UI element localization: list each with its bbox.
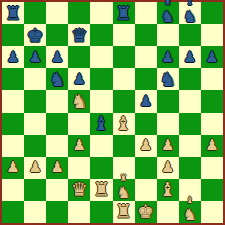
square-d9[interactable]: ♛ bbox=[68, 24, 90, 46]
square-c5[interactable] bbox=[46, 113, 68, 135]
square-j7[interactable] bbox=[201, 68, 223, 90]
white-bishop-piece[interactable]: ♝ bbox=[157, 179, 179, 201]
square-c7[interactable]: ♞ bbox=[46, 68, 68, 90]
square-i1[interactable]: ♝♞ bbox=[179, 201, 201, 223]
square-g10[interactable] bbox=[135, 2, 157, 24]
black-pawn-piece[interactable]: ♟ bbox=[179, 46, 201, 68]
square-d3[interactable] bbox=[68, 157, 90, 179]
black-queen-piece[interactable]: ♛ bbox=[68, 24, 90, 46]
black-pawn-piece[interactable]: ♟ bbox=[201, 46, 223, 68]
mitre-icon: ♝ bbox=[186, 196, 194, 205]
square-h8[interactable]: ♟ bbox=[157, 46, 179, 68]
black-pawn-piece[interactable]: ♟ bbox=[24, 46, 46, 68]
white-pawn-piece[interactable]: ♟ bbox=[201, 135, 223, 157]
white-pawn-piece[interactable]: ♟ bbox=[157, 157, 179, 179]
square-a2[interactable] bbox=[2, 179, 24, 201]
square-e1[interactable] bbox=[90, 201, 112, 223]
square-c6[interactable] bbox=[46, 90, 68, 112]
square-f10[interactable]: ♜ bbox=[113, 2, 135, 24]
square-f6[interactable] bbox=[113, 90, 135, 112]
square-e3[interactable] bbox=[90, 157, 112, 179]
square-i3[interactable] bbox=[179, 157, 201, 179]
square-a10[interactable]: ♜ bbox=[2, 2, 24, 24]
white-marshall-piece[interactable]: ♜♞ bbox=[113, 179, 135, 201]
square-d5[interactable] bbox=[68, 113, 90, 135]
square-e4[interactable] bbox=[90, 135, 112, 157]
square-b4[interactable] bbox=[24, 135, 46, 157]
square-h3[interactable]: ♟ bbox=[157, 157, 179, 179]
square-d2[interactable]: ♛ bbox=[68, 179, 90, 201]
square-c8[interactable]: ♟ bbox=[46, 46, 68, 68]
black-pawn-piece[interactable]: ♟ bbox=[68, 68, 90, 90]
black-pawn-piece[interactable]: ♟ bbox=[157, 46, 179, 68]
battlement-crown-icon: ♜ bbox=[120, 174, 128, 183]
square-b3[interactable]: ♟ bbox=[24, 157, 46, 179]
square-j8[interactable]: ♟ bbox=[201, 46, 223, 68]
square-g9[interactable] bbox=[135, 24, 157, 46]
square-f7[interactable] bbox=[113, 68, 135, 90]
square-h5[interactable] bbox=[157, 113, 179, 135]
square-b7[interactable] bbox=[24, 68, 46, 90]
white-pawn-piece[interactable]: ♟ bbox=[2, 157, 24, 179]
square-f1[interactable]: ♜ bbox=[113, 201, 135, 223]
black-bishop-piece[interactable]: ♝ bbox=[90, 113, 112, 135]
square-g6[interactable]: ♟ bbox=[135, 90, 157, 112]
square-b9[interactable]: ♚ bbox=[24, 24, 46, 46]
white-pawn-piece[interactable]: ♟ bbox=[157, 135, 179, 157]
square-j2[interactable] bbox=[201, 179, 223, 201]
square-c9[interactable] bbox=[46, 24, 68, 46]
square-j6[interactable] bbox=[201, 90, 223, 112]
square-f8[interactable] bbox=[113, 46, 135, 68]
black-pawn-piece[interactable]: ♟ bbox=[135, 90, 157, 112]
grand-chess-screenshot: ♜♜♜♞♝♞♚♛♟♟♟♟♟♟♞♟♞♞♟♝♝♟♟♟♟♟♟♟♟♛♜♜♞♝♜♚♝♞ bbox=[0, 0, 225, 225]
square-g5[interactable] bbox=[135, 113, 157, 135]
black-rook-piece[interactable]: ♜ bbox=[2, 2, 24, 24]
white-pawn-piece[interactable]: ♟ bbox=[46, 157, 68, 179]
square-b10[interactable] bbox=[24, 2, 46, 24]
square-a4[interactable] bbox=[2, 135, 24, 157]
square-h2[interactable]: ♝ bbox=[157, 179, 179, 201]
square-i4[interactable] bbox=[179, 135, 201, 157]
square-i6[interactable] bbox=[179, 90, 201, 112]
black-cardinal-piece[interactable]: ♝♞ bbox=[179, 2, 201, 24]
black-king-piece[interactable]: ♚ bbox=[24, 24, 46, 46]
square-i5[interactable] bbox=[179, 113, 201, 135]
white-king-piece[interactable]: ♚ bbox=[135, 201, 157, 223]
square-b8[interactable]: ♟ bbox=[24, 46, 46, 68]
square-a7[interactable] bbox=[2, 68, 24, 90]
square-h9[interactable] bbox=[157, 24, 179, 46]
black-pawn-piece[interactable]: ♟ bbox=[2, 46, 24, 68]
square-a5[interactable] bbox=[2, 113, 24, 135]
knight-base-glyph: ♞ bbox=[183, 7, 197, 26]
square-j5[interactable] bbox=[201, 113, 223, 135]
square-f9[interactable] bbox=[113, 24, 135, 46]
square-e2[interactable]: ♜ bbox=[90, 179, 112, 201]
square-a9[interactable] bbox=[2, 24, 24, 46]
black-marshall-piece[interactable]: ♜♞ bbox=[157, 2, 179, 24]
battlement-crown-icon: ♜ bbox=[164, 0, 172, 7]
square-g7[interactable] bbox=[135, 68, 157, 90]
square-h10[interactable]: ♜♞ bbox=[157, 2, 179, 24]
square-b5[interactable] bbox=[24, 113, 46, 135]
square-g2[interactable] bbox=[135, 179, 157, 201]
black-pawn-piece[interactable]: ♟ bbox=[46, 46, 68, 68]
black-rook-piece[interactable]: ♜ bbox=[113, 2, 135, 24]
square-i10[interactable]: ♝♞ bbox=[179, 2, 201, 24]
square-e6[interactable] bbox=[90, 90, 112, 112]
square-f2[interactable]: ♜♞ bbox=[113, 179, 135, 201]
white-queen-piece[interactable]: ♛ bbox=[68, 179, 90, 201]
square-a1[interactable] bbox=[2, 201, 24, 223]
square-d1[interactable] bbox=[68, 201, 90, 223]
square-a8[interactable]: ♟ bbox=[2, 46, 24, 68]
knight-base-glyph: ♞ bbox=[161, 7, 175, 26]
square-h6[interactable] bbox=[157, 90, 179, 112]
square-b6[interactable] bbox=[24, 90, 46, 112]
square-g3[interactable] bbox=[135, 157, 157, 179]
square-j9[interactable] bbox=[201, 24, 223, 46]
white-rook-piece[interactable]: ♜ bbox=[90, 179, 112, 201]
white-pawn-piece[interactable]: ♟ bbox=[135, 135, 157, 157]
square-d8[interactable] bbox=[68, 46, 90, 68]
grand-chess-board[interactable]: ♜♜♜♞♝♞♚♛♟♟♟♟♟♟♞♟♞♞♟♝♝♟♟♟♟♟♟♟♟♛♜♜♞♝♜♚♝♞ bbox=[2, 2, 223, 223]
square-a3[interactable]: ♟ bbox=[2, 157, 24, 179]
white-bishop-piece[interactable]: ♝ bbox=[113, 113, 135, 135]
square-g8[interactable] bbox=[135, 46, 157, 68]
square-f4[interactable] bbox=[113, 135, 135, 157]
square-h1[interactable] bbox=[157, 201, 179, 223]
square-b2[interactable] bbox=[24, 179, 46, 201]
white-cardinal-piece[interactable]: ♝♞ bbox=[179, 201, 201, 223]
white-pawn-piece[interactable]: ♟ bbox=[24, 157, 46, 179]
square-j1[interactable] bbox=[201, 201, 223, 223]
white-knight-piece[interactable]: ♞ bbox=[68, 90, 90, 112]
square-c10[interactable] bbox=[46, 2, 68, 24]
board-border: ♜♜♜♞♝♞♚♛♟♟♟♟♟♟♞♟♞♞♟♝♝♟♟♟♟♟♟♟♟♛♜♜♞♝♜♚♝♞ bbox=[0, 0, 225, 225]
knight-base-glyph: ♞ bbox=[183, 205, 197, 224]
square-d6[interactable]: ♞ bbox=[68, 90, 90, 112]
square-c1[interactable] bbox=[46, 201, 68, 223]
square-c3[interactable]: ♟ bbox=[46, 157, 68, 179]
square-e9[interactable] bbox=[90, 24, 112, 46]
square-c4[interactable] bbox=[46, 135, 68, 157]
white-pawn-piece[interactable]: ♟ bbox=[68, 135, 90, 157]
square-i8[interactable]: ♟ bbox=[179, 46, 201, 68]
black-knight-piece[interactable]: ♞ bbox=[157, 68, 179, 90]
square-d7[interactable]: ♟ bbox=[68, 68, 90, 90]
square-e10[interactable] bbox=[90, 2, 112, 24]
square-h4[interactable]: ♟ bbox=[157, 135, 179, 157]
square-a6[interactable] bbox=[2, 90, 24, 112]
square-i9[interactable] bbox=[179, 24, 201, 46]
square-j3[interactable] bbox=[201, 157, 223, 179]
square-g4[interactable]: ♟ bbox=[135, 135, 157, 157]
square-j4[interactable]: ♟ bbox=[201, 135, 223, 157]
square-e5[interactable]: ♝ bbox=[90, 113, 112, 135]
square-h7[interactable]: ♞ bbox=[157, 68, 179, 90]
square-b1[interactable] bbox=[24, 201, 46, 223]
white-rook-piece[interactable]: ♜ bbox=[113, 201, 135, 223]
square-d10[interactable] bbox=[68, 2, 90, 24]
square-e7[interactable] bbox=[90, 68, 112, 90]
square-c2[interactable] bbox=[46, 179, 68, 201]
square-g1[interactable]: ♚ bbox=[135, 201, 157, 223]
square-f5[interactable]: ♝ bbox=[113, 113, 135, 135]
square-i7[interactable] bbox=[179, 68, 201, 90]
square-j10[interactable] bbox=[201, 2, 223, 24]
square-e8[interactable] bbox=[90, 46, 112, 68]
mitre-icon: ♝ bbox=[186, 0, 194, 7]
black-knight-piece[interactable]: ♞ bbox=[46, 68, 68, 90]
square-d4[interactable]: ♟ bbox=[68, 135, 90, 157]
